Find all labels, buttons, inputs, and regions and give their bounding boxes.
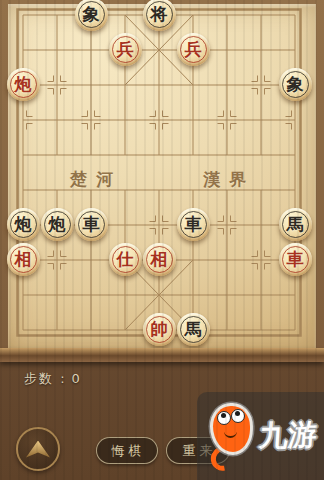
piece-black-r0c2[interactable]: 象 [75, 0, 108, 31]
piece-glyph: 将 [151, 6, 168, 23]
piece-glyph: 象 [83, 6, 100, 23]
piece-black-r6c5[interactable]: 車 [177, 208, 210, 241]
piece-glyph: 相 [15, 251, 32, 268]
move-counter: 步数 :0 [24, 370, 82, 388]
piece-red-r7c3[interactable]: 仕 [109, 243, 142, 276]
piece-glyph: 馬 [185, 321, 202, 338]
move-counter-value: 0 [72, 371, 82, 386]
piece-glyph: 帥 [151, 321, 168, 338]
pieces-layer: 象将兵兵炮象炮炮車車馬相仕相車帥馬 [6, 0, 312, 347]
board-bottom-edge [0, 348, 324, 362]
piece-black-r6c1[interactable]: 炮 [41, 208, 74, 241]
xiangqi-board[interactable]: 楚河 漢界 象将兵兵炮象炮炮車車馬相仕相車帥馬 [0, 0, 324, 362]
piece-red-r1c5[interactable]: 兵 [177, 33, 210, 66]
piece-red-r7c0[interactable]: 相 [7, 243, 40, 276]
piece-black-r0c4[interactable]: 将 [143, 0, 176, 31]
piece-glyph: 象 [287, 76, 304, 93]
piece-black-r2c8[interactable]: 象 [279, 68, 312, 101]
piece-black-r6c8[interactable]: 馬 [279, 208, 312, 241]
piece-glyph: 相 [151, 251, 168, 268]
mascot-left-eye [217, 411, 231, 425]
move-counter-label: 步数 : [24, 371, 67, 386]
piece-black-r9c5[interactable]: 馬 [177, 313, 210, 346]
piece-red-r1c3[interactable]: 兵 [109, 33, 142, 66]
piece-glyph: 兵 [117, 41, 134, 58]
xiangqi-app: 楚河 漢界 象将兵兵炮象炮炮車車馬相仕相車帥馬 步数 :0 悔棋 重来 九游 [0, 0, 324, 480]
piece-red-r9c4[interactable]: 帥 [143, 313, 176, 346]
piece-glyph: 車 [287, 251, 304, 268]
piece-glyph: 炮 [49, 216, 66, 233]
piece-red-r7c8[interactable]: 車 [279, 243, 312, 276]
piece-black-r6c2[interactable]: 車 [75, 208, 108, 241]
piece-glyph: 馬 [287, 216, 304, 233]
undo-move-button[interactable]: 悔棋 [96, 437, 158, 464]
mascot-right-eye [231, 409, 245, 423]
piece-glyph: 炮 [15, 76, 32, 93]
piece-glyph: 兵 [185, 41, 202, 58]
expand-menu-button[interactable] [16, 427, 60, 471]
piece-black-r6c0[interactable]: 炮 [7, 208, 40, 241]
piece-glyph: 炮 [15, 216, 32, 233]
piece-glyph: 車 [185, 216, 202, 233]
chevron-up-icon [26, 441, 50, 458]
piece-glyph: 車 [83, 216, 100, 233]
piece-red-r2c0[interactable]: 炮 [7, 68, 40, 101]
piece-glyph: 仕 [117, 251, 134, 268]
jiuyou-watermark[interactable]: 九游 [197, 392, 324, 480]
jiuyou-logo-text: 九游 [258, 415, 319, 457]
jiuyou-mascot-icon [209, 404, 255, 466]
piece-red-r7c4[interactable]: 相 [143, 243, 176, 276]
